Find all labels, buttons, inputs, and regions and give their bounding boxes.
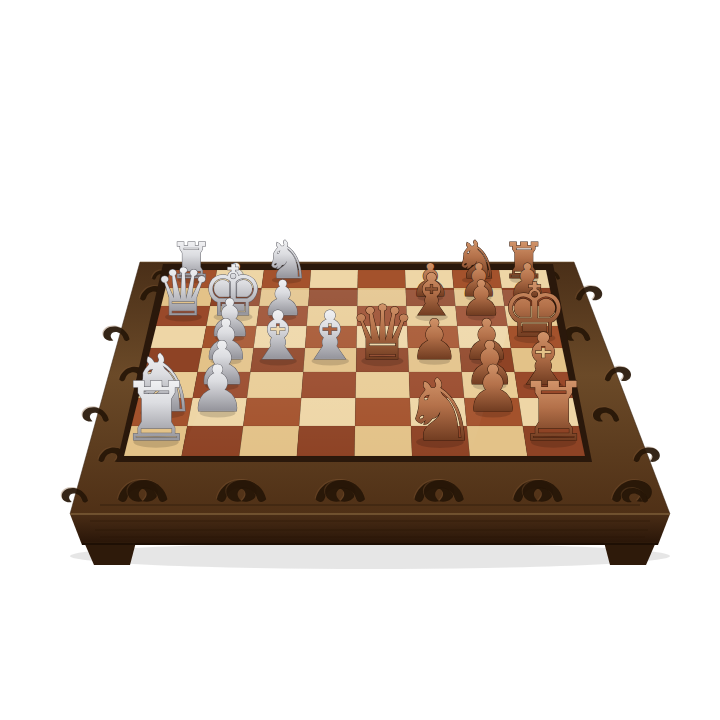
board-square (358, 270, 406, 288)
piece-glyph: ♜ (120, 365, 193, 459)
piece-silver-pawn: ♟ (189, 351, 247, 426)
board-square (310, 270, 358, 288)
board-drop-shadow (70, 543, 670, 569)
piece-glyph: ♞ (402, 361, 478, 460)
piece-glyph: ♟ (189, 351, 247, 426)
piece-glyph: ♜ (517, 365, 590, 459)
piece-copper-rook: ♜ (517, 365, 590, 459)
scene: ♜♞♞♜♟♟♟♟♛♚♟♝♟♟♚♟♝♝♛♟♟♟♟♝♞♟♟♜♞♜ (0, 0, 720, 720)
chess-set-photo: ♜♞♞♜♟♟♟♟♛♚♟♝♟♟♚♟♝♝♛♟♟♟♟♝♞♟♟♜♞♜ (0, 0, 720, 720)
piece-silver-bishop: ♝ (248, 297, 308, 375)
piece-copper-knight: ♞ (402, 361, 478, 460)
piece-silver-rook: ♜ (120, 365, 193, 459)
chess-board: ♜♞♞♜♟♟♟♟♛♚♟♝♟♟♚♟♝♝♛♟♟♟♟♝♞♟♟♜♞♜ (61, 230, 670, 569)
piece-glyph: ♝ (248, 297, 308, 375)
